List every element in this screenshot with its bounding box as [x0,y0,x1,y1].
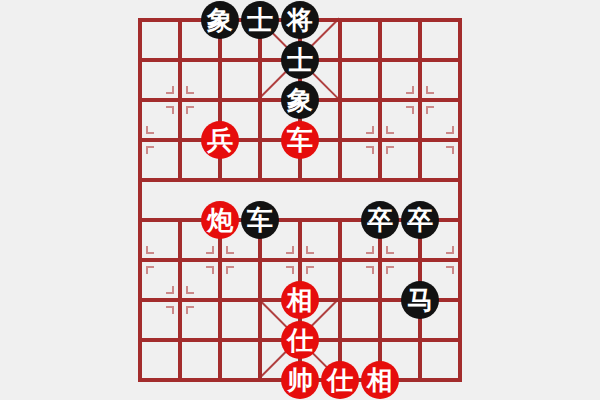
black-advisor[interactable]: 士 [281,41,319,79]
star-point-marker [206,246,214,254]
black-elephant[interactable]: 象 [201,1,239,39]
star-point-marker [166,286,174,294]
grid-line [378,18,382,182]
red-soldier[interactable]: 兵 [201,121,239,159]
black-soldier[interactable]: 卒 [401,201,439,239]
star-point-marker [146,146,154,154]
star-point-marker [186,286,194,294]
star-point-marker [226,246,234,254]
star-point-marker [146,126,154,134]
grid-line [378,218,382,382]
star-point-marker [366,126,374,134]
red-advisor[interactable]: 仕 [321,361,359,399]
xiangqi-app: 象士将士象兵车炮车卒卒相马仕帅仕相 [0,0,600,400]
star-point-marker [166,106,174,114]
grid-line [258,18,262,182]
star-point-marker [386,246,394,254]
star-point-marker [386,266,394,274]
star-point-marker [306,266,314,274]
star-point-marker [146,246,154,254]
red-general[interactable]: 帅 [281,361,319,399]
grid-line [178,18,182,182]
black-horse[interactable]: 马 [401,281,439,319]
star-point-marker [446,126,454,134]
star-point-marker [366,246,374,254]
star-point-marker [206,266,214,274]
red-elephant[interactable]: 相 [361,361,399,399]
star-point-marker [226,266,234,274]
star-point-marker [426,86,434,94]
grid-line [178,218,182,382]
red-elephant[interactable]: 相 [281,281,319,319]
grid-line [218,218,222,382]
star-point-marker [386,126,394,134]
star-point-marker [286,246,294,254]
red-advisor[interactable]: 仕 [281,321,319,359]
star-point-marker [446,266,454,274]
red-chariot[interactable]: 车 [281,121,319,159]
star-point-marker [446,146,454,154]
star-point-marker [286,266,294,274]
xiangqi-board[interactable]: 象士将士象兵车炮车卒卒相马仕帅仕相 [0,0,600,400]
star-point-marker [306,246,314,254]
grid-line [138,18,142,382]
star-point-marker [366,266,374,274]
star-point-marker [186,106,194,114]
star-point-marker [386,146,394,154]
black-elephant[interactable]: 象 [281,81,319,119]
star-point-marker [166,86,174,94]
black-soldier[interactable]: 卒 [361,201,399,239]
grid-line [418,18,422,182]
star-point-marker [146,266,154,274]
star-point-marker [406,106,414,114]
star-point-marker [446,246,454,254]
star-point-marker [426,106,434,114]
star-point-marker [166,306,174,314]
black-advisor[interactable]: 士 [241,1,279,39]
star-point-marker [366,146,374,154]
grid-line [258,218,262,382]
grid-line [458,18,462,382]
grid-line [338,18,342,182]
red-cannon[interactable]: 炮 [201,201,239,239]
star-point-marker [186,86,194,94]
black-chariot[interactable]: 车 [241,201,279,239]
black-general[interactable]: 将 [281,1,319,39]
star-point-marker [406,86,414,94]
star-point-marker [186,306,194,314]
grid-line [338,218,342,382]
